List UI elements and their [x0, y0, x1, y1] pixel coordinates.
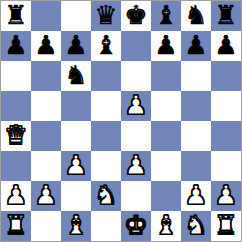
square-d6[interactable] — [91, 61, 121, 91]
square-h5[interactable] — [211, 91, 241, 121]
square-c3[interactable]: ♟ — [61, 151, 91, 181]
square-b5[interactable] — [31, 91, 61, 121]
square-b2[interactable]: ♟ — [31, 181, 61, 211]
black-pawn-piece[interactable]: ♟ — [34, 32, 57, 58]
square-e6[interactable] — [121, 61, 151, 91]
square-b1[interactable] — [31, 211, 61, 241]
square-d4[interactable] — [91, 121, 121, 151]
white-knight-piece[interactable]: ♞ — [94, 182, 117, 208]
square-f3[interactable] — [151, 151, 181, 181]
square-d5[interactable] — [91, 91, 121, 121]
square-c7[interactable]: ♟ — [61, 31, 91, 61]
black-pawn-piece[interactable]: ♟ — [184, 32, 207, 58]
white-bishop-piece[interactable]: ♝ — [64, 212, 87, 238]
white-pawn-piece[interactable]: ♟ — [214, 182, 237, 208]
white-pawn-piece[interactable]: ♟ — [64, 152, 87, 178]
square-e8[interactable]: ♚ — [121, 1, 151, 31]
square-d8[interactable]: ♛ — [91, 1, 121, 31]
square-g2[interactable]: ♟ — [181, 181, 211, 211]
square-c8[interactable] — [61, 1, 91, 31]
square-f6[interactable] — [151, 61, 181, 91]
black-pawn-piece[interactable]: ♟ — [4, 32, 27, 58]
square-f8[interactable]: ♝ — [151, 1, 181, 31]
white-king-piece[interactable]: ♚ — [124, 212, 147, 238]
black-king-piece[interactable]: ♚ — [124, 2, 147, 28]
square-f1[interactable]: ♝ — [151, 211, 181, 241]
square-f2[interactable] — [151, 181, 181, 211]
square-c5[interactable] — [61, 91, 91, 121]
square-a7[interactable]: ♟ — [1, 31, 31, 61]
square-g1[interactable]: ♞ — [181, 211, 211, 241]
square-a3[interactable] — [1, 151, 31, 181]
white-bishop-piece[interactable]: ♝ — [154, 212, 177, 238]
black-pawn-piece[interactable]: ♟ — [214, 32, 237, 58]
black-pawn-piece[interactable]: ♟ — [64, 32, 87, 58]
square-e3[interactable]: ♟ — [121, 151, 151, 181]
white-queen-piece[interactable]: ♛ — [4, 122, 27, 148]
square-d2[interactable]: ♞ — [91, 181, 121, 211]
white-pawn-piece[interactable]: ♟ — [4, 182, 27, 208]
square-a6[interactable] — [1, 61, 31, 91]
square-h8[interactable]: ♜ — [211, 1, 241, 31]
black-knight-piece[interactable]: ♞ — [64, 62, 87, 88]
square-d7[interactable]: ♝ — [91, 31, 121, 61]
white-rook-piece[interactable]: ♜ — [4, 212, 27, 238]
square-a1[interactable]: ♜ — [1, 211, 31, 241]
square-f7[interactable]: ♟ — [151, 31, 181, 61]
square-h1[interactable]: ♜ — [211, 211, 241, 241]
square-g3[interactable] — [181, 151, 211, 181]
white-pawn-piece[interactable]: ♟ — [34, 182, 57, 208]
square-a8[interactable]: ♜ — [1, 1, 31, 31]
square-h6[interactable] — [211, 61, 241, 91]
black-pawn-piece[interactable]: ♟ — [154, 32, 177, 58]
square-b6[interactable] — [31, 61, 61, 91]
square-a4[interactable]: ♛ — [1, 121, 31, 151]
white-rook-piece[interactable]: ♜ — [214, 212, 237, 238]
black-queen-piece[interactable]: ♛ — [94, 2, 117, 28]
square-e4[interactable] — [121, 121, 151, 151]
chess-board: ♜♛♚♝♞♜♟♟♟♝♟♟♟♞♟♛♟♟♟♟♞♟♟♜♝♚♝♞♜ — [0, 0, 242, 242]
square-d1[interactable] — [91, 211, 121, 241]
square-h7[interactable]: ♟ — [211, 31, 241, 61]
square-b7[interactable]: ♟ — [31, 31, 61, 61]
square-d3[interactable] — [91, 151, 121, 181]
square-c1[interactable]: ♝ — [61, 211, 91, 241]
square-e7[interactable] — [121, 31, 151, 61]
black-rook-piece[interactable]: ♜ — [4, 2, 27, 28]
square-e1[interactable]: ♚ — [121, 211, 151, 241]
white-pawn-piece[interactable]: ♟ — [184, 182, 207, 208]
black-bishop-piece[interactable]: ♝ — [154, 2, 177, 28]
white-knight-piece[interactable]: ♞ — [184, 212, 207, 238]
square-g8[interactable]: ♞ — [181, 1, 211, 31]
white-pawn-piece[interactable]: ♟ — [124, 152, 147, 178]
square-e5[interactable]: ♟ — [121, 91, 151, 121]
square-h2[interactable]: ♟ — [211, 181, 241, 211]
white-pawn-piece[interactable]: ♟ — [124, 92, 147, 118]
square-a2[interactable]: ♟ — [1, 181, 31, 211]
square-f4[interactable] — [151, 121, 181, 151]
square-g7[interactable]: ♟ — [181, 31, 211, 61]
black-knight-piece[interactable]: ♞ — [184, 2, 207, 28]
square-c6[interactable]: ♞ — [61, 61, 91, 91]
square-h3[interactable] — [211, 151, 241, 181]
square-b3[interactable] — [31, 151, 61, 181]
square-h4[interactable] — [211, 121, 241, 151]
square-g5[interactable] — [181, 91, 211, 121]
square-g4[interactable] — [181, 121, 211, 151]
black-bishop-piece[interactable]: ♝ — [94, 32, 117, 58]
square-b8[interactable] — [31, 1, 61, 31]
square-g6[interactable] — [181, 61, 211, 91]
square-a5[interactable] — [1, 91, 31, 121]
square-b4[interactable] — [31, 121, 61, 151]
square-c2[interactable] — [61, 181, 91, 211]
square-e2[interactable] — [121, 181, 151, 211]
black-rook-piece[interactable]: ♜ — [214, 2, 237, 28]
square-f5[interactable] — [151, 91, 181, 121]
square-c4[interactable] — [61, 121, 91, 151]
